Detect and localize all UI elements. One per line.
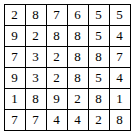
grid-cell-r4c2[interactable]: 3 (26, 68, 46, 88)
grid-cell-r1c6[interactable]: 5 (110, 5, 130, 25)
grid-cell-r6c4[interactable]: 4 (68, 110, 88, 130)
grid-cell-r5c1[interactable]: 1 (5, 89, 25, 109)
grid-cell-r5c4[interactable]: 2 (68, 89, 88, 109)
grid-cell-r5c6[interactable]: 1 (110, 89, 130, 109)
grid-cell-r1c4[interactable]: 6 (68, 5, 88, 25)
grid-cell-r1c1[interactable]: 2 (5, 5, 25, 25)
grid-cell-r4c6[interactable]: 4 (110, 68, 130, 88)
grid-cell-r2c4[interactable]: 8 (68, 26, 88, 46)
grid-cell-r3c3[interactable]: 2 (47, 47, 67, 67)
grid-cell-r5c5[interactable]: 8 (89, 89, 109, 109)
grid-cell-r3c2[interactable]: 3 (26, 47, 46, 67)
grid-cell-r2c1[interactable]: 9 (5, 26, 25, 46)
grid-cell-r4c1[interactable]: 9 (5, 68, 25, 88)
grid-cell-r3c5[interactable]: 8 (89, 47, 109, 67)
grid-cell-r3c4[interactable]: 8 (68, 47, 88, 67)
grid-cell-r5c3[interactable]: 9 (47, 89, 67, 109)
grid-cell-r6c3[interactable]: 4 (47, 110, 67, 130)
grid-cell-r1c3[interactable]: 7 (47, 5, 67, 25)
grid-cell-r4c4[interactable]: 8 (68, 68, 88, 88)
puzzle-page: 287655928854732887932854189281774428 (0, 0, 134, 134)
grid-cell-r3c6[interactable]: 7 (110, 47, 130, 67)
grid-cell-r2c2[interactable]: 2 (26, 26, 46, 46)
grid-cell-r1c5[interactable]: 5 (89, 5, 109, 25)
grid-cell-r2c5[interactable]: 5 (89, 26, 109, 46)
grid-cell-r2c6[interactable]: 4 (110, 26, 130, 46)
grid-cell-r4c5[interactable]: 5 (89, 68, 109, 88)
grid-cell-r1c2[interactable]: 8 (26, 5, 46, 25)
grid-cell-r5c2[interactable]: 8 (26, 89, 46, 109)
grid-cell-r6c6[interactable]: 8 (110, 110, 130, 130)
grid-cell-r4c3[interactable]: 2 (47, 68, 67, 88)
number-grid: 287655928854732887932854189281774428 (4, 4, 131, 131)
grid-cell-r2c3[interactable]: 8 (47, 26, 67, 46)
grid-cell-r6c1[interactable]: 7 (5, 110, 25, 130)
grid-cell-r6c2[interactable]: 7 (26, 110, 46, 130)
grid-cell-r6c5[interactable]: 2 (89, 110, 109, 130)
grid-cell-r3c1[interactable]: 7 (5, 47, 25, 67)
